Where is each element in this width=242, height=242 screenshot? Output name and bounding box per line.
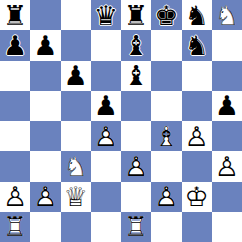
square-c6[interactable]: ♟ xyxy=(61,61,91,91)
square-c1[interactable] xyxy=(61,212,91,242)
square-a3[interactable] xyxy=(0,151,30,181)
square-d4[interactable]: ♟♙ xyxy=(91,121,121,151)
square-h8[interactable]: ♞♘ xyxy=(212,0,242,30)
square-e1[interactable]: ♜♖ xyxy=(121,212,151,242)
white-piece-outline: ♙ xyxy=(91,121,121,151)
white-piece-outline: ♙ xyxy=(151,182,181,212)
square-f4[interactable]: ♝♗ xyxy=(151,121,181,151)
square-d7[interactable] xyxy=(91,30,121,60)
black-bishop[interactable]: ♝ xyxy=(121,61,151,91)
square-e8[interactable]: ♜ xyxy=(121,0,151,30)
square-e2[interactable] xyxy=(121,182,151,212)
black-pawn[interactable]: ♟ xyxy=(61,61,91,91)
white-pawn[interactable]: ♟♙ xyxy=(121,151,151,181)
square-e6[interactable]: ♝ xyxy=(121,61,151,91)
square-d8[interactable]: ♛ xyxy=(91,0,121,30)
white-queen[interactable]: ♛♕ xyxy=(61,182,91,212)
square-h3[interactable]: ♟♙ xyxy=(212,151,242,181)
square-d6[interactable] xyxy=(91,61,121,91)
black-pawn[interactable]: ♟ xyxy=(91,91,121,121)
white-rook[interactable]: ♜♖ xyxy=(121,212,151,242)
square-b6[interactable] xyxy=(30,61,60,91)
square-g6[interactable] xyxy=(182,61,212,91)
square-c8[interactable] xyxy=(61,0,91,30)
white-rook[interactable]: ♜♖ xyxy=(0,212,30,242)
black-bishop[interactable]: ♝ xyxy=(121,30,151,60)
square-c5[interactable] xyxy=(61,91,91,121)
square-g3[interactable] xyxy=(182,151,212,181)
black-pawn[interactable]: ♟ xyxy=(0,30,30,60)
square-a1[interactable]: ♜♖ xyxy=(0,212,30,242)
square-h7[interactable] xyxy=(212,30,242,60)
white-pawn[interactable]: ♟♙ xyxy=(212,151,242,181)
black-king[interactable]: ♚ xyxy=(151,0,181,30)
square-h6[interactable] xyxy=(212,61,242,91)
square-c4[interactable] xyxy=(61,121,91,151)
black-knight[interactable]: ♞ xyxy=(182,0,212,30)
black-rook[interactable]: ♜ xyxy=(0,0,30,30)
square-g8[interactable]: ♞ xyxy=(182,0,212,30)
square-a8[interactable]: ♜ xyxy=(0,0,30,30)
square-d1[interactable] xyxy=(91,212,121,242)
square-d3[interactable] xyxy=(91,151,121,181)
square-b8[interactable] xyxy=(30,0,60,30)
white-bishop[interactable]: ♝♗ xyxy=(151,121,181,151)
white-piece-outline: ♕ xyxy=(61,182,91,212)
white-pawn[interactable]: ♟♙ xyxy=(0,182,30,212)
square-b1[interactable] xyxy=(30,212,60,242)
square-e7[interactable]: ♝ xyxy=(121,30,151,60)
white-king[interactable]: ♚♔ xyxy=(182,182,212,212)
square-d2[interactable] xyxy=(91,182,121,212)
square-a5[interactable] xyxy=(0,91,30,121)
square-h4[interactable] xyxy=(212,121,242,151)
white-knight[interactable]: ♞♘ xyxy=(61,151,91,181)
white-piece-outline: ♙ xyxy=(121,151,151,181)
square-b7[interactable]: ♟ xyxy=(30,30,60,60)
white-piece-outline: ♘ xyxy=(61,151,91,181)
square-e4[interactable] xyxy=(121,121,151,151)
square-b5[interactable] xyxy=(30,91,60,121)
black-knight[interactable]: ♞ xyxy=(182,30,212,60)
square-f2[interactable]: ♟♙ xyxy=(151,182,181,212)
square-a4[interactable] xyxy=(0,121,30,151)
white-piece-outline: ♔ xyxy=(182,182,212,212)
square-f7[interactable] xyxy=(151,30,181,60)
white-piece-outline: ♙ xyxy=(212,151,242,181)
white-piece-outline: ♙ xyxy=(182,121,212,151)
black-queen[interactable]: ♛ xyxy=(91,0,121,30)
square-g5[interactable] xyxy=(182,91,212,121)
white-piece-outline: ♙ xyxy=(0,182,30,212)
square-c7[interactable] xyxy=(61,30,91,60)
square-f8[interactable]: ♚ xyxy=(151,0,181,30)
black-pawn[interactable]: ♟ xyxy=(30,30,60,60)
square-b3[interactable] xyxy=(30,151,60,181)
white-pawn[interactable]: ♟♙ xyxy=(182,121,212,151)
white-piece-outline: ♖ xyxy=(0,212,30,242)
square-g1[interactable] xyxy=(182,212,212,242)
square-g4[interactable]: ♟♙ xyxy=(182,121,212,151)
square-e5[interactable] xyxy=(121,91,151,121)
square-h5[interactable]: ♟ xyxy=(212,91,242,121)
white-piece-outline: ♙ xyxy=(30,182,60,212)
square-c3[interactable]: ♞♘ xyxy=(61,151,91,181)
white-knight[interactable]: ♞♘ xyxy=(212,0,242,30)
white-pawn[interactable]: ♟♙ xyxy=(151,182,181,212)
square-f5[interactable] xyxy=(151,91,181,121)
square-f3[interactable] xyxy=(151,151,181,181)
white-pawn[interactable]: ♟♙ xyxy=(91,121,121,151)
square-d5[interactable]: ♟ xyxy=(91,91,121,121)
white-piece-outline: ♘ xyxy=(212,0,242,30)
square-a6[interactable] xyxy=(0,61,30,91)
square-g2[interactable]: ♚♔ xyxy=(182,182,212,212)
square-h2[interactable] xyxy=(212,182,242,212)
square-f1[interactable] xyxy=(151,212,181,242)
square-f6[interactable] xyxy=(151,61,181,91)
square-a7[interactable]: ♟ xyxy=(0,30,30,60)
black-pawn[interactable]: ♟ xyxy=(212,91,242,121)
white-piece-outline: ♗ xyxy=(151,121,181,151)
black-rook[interactable]: ♜ xyxy=(121,0,151,30)
square-a2[interactable]: ♟♙ xyxy=(0,182,30,212)
square-b4[interactable] xyxy=(30,121,60,151)
chess-board: ♜♛♜♚♞♞♘♟♟♝♞♟♝♟♟♟♙♝♗♟♙♞♘♟♙♟♙♟♙♟♙♛♕♟♙♚♔♜♖♜… xyxy=(0,0,242,242)
square-b2[interactable]: ♟♙ xyxy=(30,182,60,212)
square-h1[interactable] xyxy=(212,212,242,242)
square-g7[interactable]: ♞ xyxy=(182,30,212,60)
square-c2[interactable]: ♛♕ xyxy=(61,182,91,212)
white-piece-outline: ♖ xyxy=(121,212,151,242)
white-pawn[interactable]: ♟♙ xyxy=(30,182,60,212)
square-e3[interactable]: ♟♙ xyxy=(121,151,151,181)
